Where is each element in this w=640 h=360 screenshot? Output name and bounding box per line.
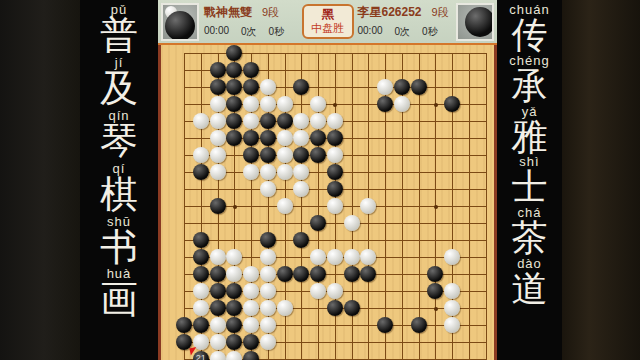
- black-stone: [327, 164, 343, 180]
- white-stone: [310, 283, 326, 299]
- white-stone: [243, 266, 259, 282]
- black-stone: [260, 130, 276, 146]
- black-stone: [277, 266, 293, 282]
- right-player-info: 李星626252 9段 00:00 0次 0秒: [356, 4, 454, 39]
- star-point: [333, 103, 337, 107]
- white-stone: [193, 147, 209, 163]
- left-player-clock: 00:00: [204, 25, 229, 39]
- black-stone: [210, 79, 226, 95]
- white-stone: [260, 181, 276, 197]
- black-stone: [310, 266, 326, 282]
- left-banner-item: shū书: [100, 215, 138, 268]
- calligraphy-character: 画: [100, 280, 138, 320]
- white-stone: [277, 96, 293, 112]
- black-stone: [260, 113, 276, 129]
- star-point: [434, 205, 438, 209]
- black-stone: [444, 96, 460, 112]
- white-stone: [260, 79, 276, 95]
- white-stone: [260, 266, 276, 282]
- left-player-rank: 9段: [262, 5, 279, 20]
- right-player-rank: 9段: [432, 5, 449, 20]
- black-stone: [260, 147, 276, 163]
- left-backdrop: [0, 0, 80, 360]
- right-banner-item: chá茶: [512, 206, 548, 257]
- white-stone: [310, 113, 326, 129]
- black-stone: [277, 113, 293, 129]
- white-stone: [310, 96, 326, 112]
- white-stone: [377, 79, 393, 95]
- black-player-avatar[interactable]: [161, 3, 199, 41]
- black-stone: [394, 79, 410, 95]
- white-stone: [260, 164, 276, 180]
- star-point: [434, 307, 438, 311]
- calligraphy-character: 道: [512, 270, 548, 308]
- black-stone: [210, 266, 226, 282]
- white-stone: [444, 283, 460, 299]
- white-stone: [394, 96, 410, 112]
- result-winner-label: 黑: [304, 8, 352, 22]
- white-stone: [210, 334, 226, 350]
- calligraphy-character: 承: [511, 67, 547, 105]
- black-stone: [377, 96, 393, 112]
- left-calligraphy-banner: pǔ普jí及qín琴qí棋shū书huà画: [80, 0, 158, 360]
- white-stone: [327, 198, 343, 214]
- black-stone: [243, 334, 259, 350]
- black-stone: [243, 351, 259, 360]
- black-stone: [310, 130, 326, 146]
- right-player-name: 李星626252: [358, 4, 422, 21]
- right-banner-item: yǎ雅: [512, 105, 548, 156]
- black-stone: [327, 130, 343, 146]
- result-method-label: 中盘胜: [304, 22, 352, 35]
- black-stone: [210, 300, 226, 316]
- black-stone: [193, 317, 209, 333]
- white-stone: [193, 283, 209, 299]
- white-stone: [277, 198, 293, 214]
- left-player-info: 戰神無雙 9段 00:00 0次 0秒: [202, 4, 300, 39]
- left-banner-item: qí棋: [100, 162, 138, 215]
- black-stone: [193, 164, 209, 180]
- white-stone: [243, 164, 259, 180]
- white-stone: [260, 317, 276, 333]
- white-stone: [344, 249, 360, 265]
- calligraphy-character: 琴: [100, 122, 138, 162]
- left-banner-item: jí及: [100, 56, 138, 109]
- calligraphy-character: 书: [100, 228, 138, 268]
- white-stone: [210, 249, 226, 265]
- black-stone: [193, 266, 209, 282]
- white-stone: [260, 334, 276, 350]
- black-stone: [193, 249, 209, 265]
- black-stone: [193, 232, 209, 248]
- left-player-byoyomi-seconds: 0秒: [269, 25, 285, 39]
- right-player-byoyomi-seconds: 0秒: [422, 25, 438, 39]
- calligraphy-character: 传: [511, 16, 547, 54]
- black-stone: [411, 317, 427, 333]
- calligraphy-character: 棋: [100, 175, 138, 215]
- grid-line-horizontal: [184, 240, 487, 241]
- right-player-clock: 00:00: [358, 25, 383, 39]
- right-banner-item: shì士: [512, 155, 548, 206]
- white-stone: [277, 130, 293, 146]
- white-stone: [210, 113, 226, 129]
- white-stone: [243, 113, 259, 129]
- black-stone: [210, 198, 226, 214]
- white-stone: [210, 147, 226, 163]
- left-banner-item: qín琴: [100, 109, 138, 162]
- right-backdrop: [562, 0, 640, 360]
- black-stone: [310, 215, 326, 231]
- black-stone: [243, 147, 259, 163]
- right-calligraphy-banner: chuán传chéng承yǎ雅shì士chá茶dào道: [497, 0, 562, 360]
- white-stone: [243, 317, 259, 333]
- white-stone: [344, 215, 360, 231]
- white-stone: [243, 283, 259, 299]
- black-stone: [243, 62, 259, 78]
- black-stone: [176, 317, 192, 333]
- star-point: [233, 205, 237, 209]
- black-stone: [344, 266, 360, 282]
- black-stone: [243, 79, 259, 95]
- white-stone: [444, 300, 460, 316]
- white-stone: [260, 249, 276, 265]
- right-banner-item: chéng承: [509, 54, 549, 105]
- white-stone: [260, 283, 276, 299]
- white-stone: [277, 164, 293, 180]
- white-stone: [243, 300, 259, 316]
- white-stone: [327, 113, 343, 129]
- black-stone: [310, 147, 326, 163]
- white-player-avatar[interactable]: [456, 3, 494, 41]
- left-banner-item: huà画: [100, 267, 138, 320]
- white-stone: [210, 351, 226, 360]
- white-stone: [210, 130, 226, 146]
- white-stone: [277, 300, 293, 316]
- calligraphy-character: 雅: [512, 118, 548, 156]
- white-stone: [260, 300, 276, 316]
- go-board[interactable]: 21: [158, 45, 497, 360]
- black-stone: [243, 130, 259, 146]
- white-stone: [444, 249, 460, 265]
- game-info-bar: 戰神無雙 9段 00:00 0次 0秒 黑 中盘胜 李星626252 9段 00…: [158, 0, 497, 45]
- white-stone: [277, 147, 293, 163]
- calligraphy-character: 普: [100, 16, 138, 56]
- black-stone: [377, 317, 393, 333]
- white-stone: [210, 317, 226, 333]
- white-stone: [444, 317, 460, 333]
- left-player-byoyomi-count: 0次: [241, 25, 257, 39]
- white-stone: [327, 147, 343, 163]
- last-move-number: 21: [193, 351, 209, 360]
- black-stone: [210, 283, 226, 299]
- app-window: pǔ普jí及qín琴qí棋shū书huà画 chuán传chéng承yǎ雅shì…: [0, 0, 640, 360]
- black-stone: [344, 300, 360, 316]
- white-stone: [210, 164, 226, 180]
- game-result-badge: 黑 中盘胜: [302, 4, 354, 38]
- white-stone: [243, 96, 259, 112]
- black-stone-icon: [465, 7, 494, 37]
- black-stone: [411, 79, 427, 95]
- calligraphy-character: 士: [512, 168, 548, 206]
- white-stone: [210, 96, 226, 112]
- white-stone: [327, 283, 343, 299]
- black-stone: [327, 300, 343, 316]
- grid-line-horizontal: [184, 223, 487, 224]
- black-stone: [327, 181, 343, 197]
- left-player-name: 戰神無雙: [204, 4, 252, 21]
- black-stone: [210, 62, 226, 78]
- star-point: [434, 103, 438, 107]
- white-stone: [193, 300, 209, 316]
- calligraphy-character: 及: [100, 69, 138, 109]
- black-stone-icon: [165, 11, 195, 41]
- white-stone: [260, 96, 276, 112]
- black-stone: 21: [193, 351, 209, 360]
- white-stone: [327, 249, 343, 265]
- calligraphy-character: 茶: [512, 219, 548, 257]
- right-banner-item: chuán传: [509, 3, 549, 54]
- black-stone: [260, 232, 276, 248]
- right-banner-item: dào道: [512, 257, 548, 308]
- right-player-byoyomi-count: 0次: [395, 25, 411, 39]
- left-banner-item: pǔ普: [100, 3, 138, 56]
- white-stone: [193, 113, 209, 129]
- white-stone: [310, 249, 326, 265]
